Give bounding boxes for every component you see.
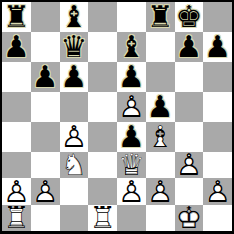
black-rook[interactable]: ♜ <box>2 2 31 32</box>
square-c6[interactable]: ♟ <box>60 62 89 92</box>
square-d6[interactable] <box>88 62 117 92</box>
square-e6[interactable]: ♟ <box>117 62 146 92</box>
square-a1[interactable]: ♜♖ <box>2 205 31 231</box>
square-f2[interactable]: ♟♙ <box>146 178 175 204</box>
black-pawn[interactable]: ♟ <box>146 92 175 122</box>
black-pawn[interactable]: ♟ <box>203 32 232 62</box>
white-bishop[interactable]: ♝♗ <box>146 122 175 152</box>
black-bishop[interactable]: ♝ <box>60 2 89 32</box>
square-d3[interactable] <box>88 152 117 178</box>
black-pawn[interactable]: ♟ <box>117 62 146 92</box>
square-h4[interactable] <box>203 122 232 152</box>
chess-board: ♜♝♜♚♟♛♝♟♟♟♟♟♟♙♟♟♙♟♝♗♞♘♛♕♟♙♟♙♟♙♟♙♟♙♟♙♜♖♜♖… <box>0 0 234 234</box>
square-b7[interactable] <box>31 32 60 62</box>
square-b1[interactable] <box>31 205 60 231</box>
black-pawn[interactable]: ♟ <box>2 32 31 62</box>
square-h6[interactable] <box>203 62 232 92</box>
square-d5[interactable] <box>88 92 117 122</box>
square-h2[interactable]: ♟♙ <box>203 178 232 204</box>
square-a4[interactable] <box>2 122 31 152</box>
square-g1[interactable]: ♚♔ <box>175 205 204 231</box>
square-f6[interactable] <box>146 62 175 92</box>
square-f4[interactable]: ♝♗ <box>146 122 175 152</box>
square-e7[interactable]: ♝ <box>117 32 146 62</box>
square-b5[interactable] <box>31 92 60 122</box>
square-b8[interactable] <box>31 2 60 32</box>
square-f8[interactable]: ♜ <box>146 2 175 32</box>
white-king[interactable]: ♚♔ <box>175 205 204 231</box>
white-knight[interactable]: ♞♘ <box>60 152 89 178</box>
black-pawn[interactable]: ♟ <box>31 62 60 92</box>
black-rook[interactable]: ♜ <box>146 2 175 32</box>
square-e1[interactable] <box>117 205 146 231</box>
square-c3[interactable]: ♞♘ <box>60 152 89 178</box>
square-g3[interactable]: ♟♙ <box>175 152 204 178</box>
square-c1[interactable] <box>60 205 89 231</box>
white-pawn[interactable]: ♟♙ <box>146 178 175 204</box>
white-pawn[interactable]: ♟♙ <box>203 178 232 204</box>
square-d8[interactable] <box>88 2 117 32</box>
square-g8[interactable]: ♚ <box>175 2 204 32</box>
white-rook[interactable]: ♜♖ <box>88 205 117 231</box>
piece-glyph-outline: ♙ <box>146 178 175 204</box>
square-b2[interactable]: ♟♙ <box>31 178 60 204</box>
square-e5[interactable]: ♟♙ <box>117 92 146 122</box>
piece-glyph-outline: ♗ <box>146 122 175 152</box>
square-a5[interactable] <box>2 92 31 122</box>
square-c5[interactable] <box>60 92 89 122</box>
white-rook[interactable]: ♜♖ <box>2 205 31 231</box>
square-e2[interactable]: ♟♙ <box>117 178 146 204</box>
square-d7[interactable] <box>88 32 117 62</box>
square-h1[interactable] <box>203 205 232 231</box>
square-a8[interactable]: ♜ <box>2 2 31 32</box>
square-c7[interactable]: ♛ <box>60 32 89 62</box>
white-pawn[interactable]: ♟♙ <box>175 152 204 178</box>
piece-glyph-outline: ♖ <box>88 205 117 231</box>
white-pawn[interactable]: ♟♙ <box>117 92 146 122</box>
square-f1[interactable] <box>146 205 175 231</box>
black-king[interactable]: ♚ <box>175 2 204 32</box>
square-f5[interactable]: ♟ <box>146 92 175 122</box>
piece-glyph-outline: ♙ <box>203 178 232 204</box>
square-h7[interactable]: ♟ <box>203 32 232 62</box>
square-e8[interactable] <box>117 2 146 32</box>
piece-glyph-outline: ♙ <box>117 92 146 122</box>
piece-glyph-outline: ♙ <box>31 178 60 204</box>
black-pawn[interactable]: ♟ <box>175 32 204 62</box>
square-c2[interactable] <box>60 178 89 204</box>
square-h8[interactable] <box>203 2 232 32</box>
square-g6[interactable] <box>175 62 204 92</box>
white-pawn[interactable]: ♟♙ <box>31 178 60 204</box>
square-d4[interactable] <box>88 122 117 152</box>
white-pawn[interactable]: ♟♙ <box>117 178 146 204</box>
square-a6[interactable] <box>2 62 31 92</box>
black-bishop[interactable]: ♝ <box>117 32 146 62</box>
piece-glyph-outline: ♔ <box>175 205 204 231</box>
square-d1[interactable]: ♜♖ <box>88 205 117 231</box>
square-c8[interactable]: ♝ <box>60 2 89 32</box>
piece-glyph-outline: ♖ <box>2 205 31 231</box>
square-g7[interactable]: ♟ <box>175 32 204 62</box>
square-b4[interactable] <box>31 122 60 152</box>
square-h5[interactable] <box>203 92 232 122</box>
piece-glyph-outline: ♙ <box>117 178 146 204</box>
square-f7[interactable] <box>146 32 175 62</box>
black-queen[interactable]: ♛ <box>60 32 89 62</box>
black-pawn[interactable]: ♟ <box>60 62 89 92</box>
piece-glyph-outline: ♙ <box>175 152 204 178</box>
piece-glyph-outline: ♘ <box>60 152 89 178</box>
square-b6[interactable]: ♟ <box>31 62 60 92</box>
square-a7[interactable]: ♟ <box>2 32 31 62</box>
square-g5[interactable] <box>175 92 204 122</box>
